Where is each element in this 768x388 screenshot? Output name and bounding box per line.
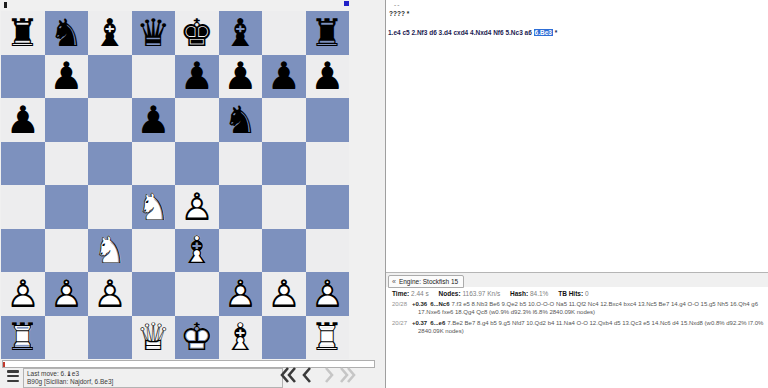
best-move: 6...Nc6 — [430, 301, 449, 307]
square-b7[interactable]: ♟ — [45, 55, 89, 99]
white-rook[interactable]: ♜♖ — [1, 316, 44, 358]
square-d1[interactable]: ♛♕ — [132, 316, 176, 360]
black-to-move-indicator — [344, 1, 349, 6]
white-pawn[interactable]: ♟♙ — [45, 273, 88, 315]
square-e8[interactable]: ♚ — [175, 11, 219, 55]
square-f3[interactable] — [219, 229, 263, 273]
square-d6[interactable]: ♟ — [132, 98, 176, 142]
square-d2[interactable] — [132, 272, 176, 316]
move-list[interactable]: 1.e4 c5 2.Nf3 d6 3.d4 cxd4 4.Nxd4 Nf6 5.… — [388, 29, 767, 37]
square-b3[interactable] — [45, 229, 89, 273]
square-f7[interactable]: ♟ — [219, 55, 263, 99]
black-pawn[interactable]: ♟ — [136, 99, 170, 141]
chevron-right-icon — [324, 366, 335, 384]
black-knight[interactable]: ♞ — [49, 12, 83, 54]
square-b6[interactable] — [45, 98, 89, 142]
depth-value: 20/28 — [392, 301, 407, 307]
square-b5[interactable] — [45, 142, 89, 186]
black-rook[interactable]: ♜ — [6, 12, 40, 54]
nav-controls — [278, 362, 378, 388]
hash-value: 84.1% — [530, 290, 548, 297]
square-a6[interactable]: ♟ — [1, 98, 45, 142]
square-b2[interactable]: ♟♙ — [45, 272, 89, 316]
depth-value: 20/27 — [392, 320, 407, 326]
white-pawn[interactable]: ♟♙ — [175, 186, 218, 228]
go-to-start-button[interactable] — [280, 366, 297, 384]
square-h2[interactable]: ♟♙ — [306, 272, 350, 316]
square-e3[interactable]: ♝♗ — [175, 229, 219, 273]
square-b1[interactable] — [45, 316, 89, 360]
square-e2[interactable] — [175, 272, 219, 316]
square-g8[interactable] — [262, 11, 306, 55]
white-pawn[interactable]: ♟♙ — [306, 273, 349, 315]
square-h7[interactable]: ♟ — [306, 55, 350, 99]
square-h4[interactable] — [306, 185, 350, 229]
white-king[interactable]: ♚♔ — [175, 316, 218, 358]
engine-output: Time: 2.44 s Nodes: 1163.97 Kn/s Hash: 8… — [386, 287, 768, 335]
previous-move-button[interactable] — [301, 366, 312, 384]
square-g3[interactable] — [262, 229, 306, 273]
square-a5[interactable] — [1, 142, 45, 186]
white-bishop[interactable]: ♝♗ — [175, 229, 218, 271]
square-c6[interactable] — [88, 98, 132, 142]
square-g4[interactable] — [262, 185, 306, 229]
white-bishop[interactable]: ♝♗ — [219, 316, 262, 358]
game-placeholder-dashes: -- — [394, 1, 768, 8]
square-c8[interactable]: ♝ — [88, 11, 132, 55]
move-info-box: Last move: 6.♝e3 B90g [Sicilian: Najdorf… — [23, 368, 283, 388]
engine-tab[interactable]: « Engine: Stockfish 15 — [388, 275, 464, 288]
square-g1[interactable] — [262, 316, 306, 360]
last-move-text: Last move: 6.♝e3 — [27, 370, 279, 378]
best-move: 6...e6 — [430, 320, 445, 326]
game-header: ???? * — [389, 10, 768, 17]
square-c1[interactable] — [88, 316, 132, 360]
square-f1[interactable]: ♝♗ — [219, 316, 263, 360]
time-value: 2.44 s — [411, 290, 429, 297]
square-f2[interactable]: ♟♙ — [219, 272, 263, 316]
hash-label: Hash: — [510, 290, 528, 297]
time-label: Time: — [392, 290, 409, 297]
next-move-button[interactable] — [324, 366, 335, 384]
engine-stats-row: Time: 2.44 s Nodes: 1163.97 Kn/s Hash: 8… — [392, 290, 765, 298]
square-f4[interactable] — [219, 185, 263, 229]
black-queen[interactable]: ♛ — [136, 12, 170, 54]
menu-icon[interactable] — [7, 370, 19, 382]
square-h3[interactable] — [306, 229, 350, 273]
square-c3[interactable]: ♞♘ — [88, 229, 132, 273]
square-e1[interactable]: ♚♔ — [175, 316, 219, 360]
eval-value: +0.37 — [412, 320, 427, 326]
square-a2[interactable]: ♟♙ — [1, 272, 45, 316]
black-pawn[interactable]: ♟ — [223, 55, 257, 97]
white-knight[interactable]: ♞♘ — [132, 186, 175, 228]
chevron-left-icon — [301, 366, 312, 384]
principal-variation: 7.Be2 Be7 8.g4 b5 9.g5 Nfd7 10.Qd2 b4 11… — [418, 320, 763, 334]
white-knight[interactable]: ♞♘ — [88, 229, 131, 271]
black-bishop[interactable]: ♝ — [223, 12, 257, 54]
black-rook[interactable]: ♜ — [310, 12, 344, 54]
bottom-toolbar: Last move: 6.♝e3 B90g [Sicilian: Najdorf… — [0, 368, 384, 388]
moves-before-selection[interactable]: 1.e4 c5 2.Nf3 d6 3.d4 cxd4 4.Nxd4 Nf6 5.… — [388, 29, 534, 36]
white-pawn[interactable]: ♟♙ — [262, 273, 305, 315]
eco-opening-text: B90g [Sicilian: Najdorf, 6.Be3] — [27, 378, 279, 386]
collapse-icon[interactable]: « — [392, 277, 396, 287]
square-d8[interactable]: ♛ — [132, 11, 176, 55]
square-b4[interactable] — [45, 185, 89, 229]
square-d3[interactable] — [132, 229, 176, 273]
selected-move[interactable]: 6.Be3 — [534, 29, 553, 36]
square-e6[interactable] — [175, 98, 219, 142]
black-pawn[interactable]: ♟ — [6, 99, 40, 141]
square-a4[interactable] — [1, 185, 45, 229]
square-b8[interactable]: ♞ — [45, 11, 89, 55]
square-g6[interactable] — [262, 98, 306, 142]
black-king[interactable]: ♚ — [180, 12, 214, 54]
engine-line[interactable]: 20/28+0.366...Nc67.f3 e5 8.Nb3 Be6 9.Qe2… — [392, 301, 765, 316]
square-c2[interactable]: ♟♙ — [88, 272, 132, 316]
black-pawn[interactable]: ♟ — [267, 55, 301, 97]
double-chevron-right-icon — [339, 366, 356, 384]
chess-board[interactable]: ♜♞♝♛♚♝♜♟♟♟♟♟♟♟♞♞♘♟♙♞♘♝♗♟♙♟♙♟♙♟♙♟♙♟♙♜♖♛♕♚… — [1, 11, 349, 359]
black-pawn[interactable]: ♟ — [49, 55, 83, 97]
square-a1[interactable]: ♜♖ — [1, 316, 45, 360]
black-pawn[interactable]: ♟ — [310, 55, 344, 97]
nodes-label: Nodes: — [439, 290, 461, 297]
square-d4[interactable]: ♞♘ — [132, 185, 176, 229]
chess-gui-window: ♜♞♝♛♚♝♜♟♟♟♟♟♟♟♞♞♘♟♙♞♘♝♗♟♙♟♙♟♙♟♙♟♙♟♙♜♖♛♕♚… — [0, 0, 768, 388]
square-g7[interactable]: ♟ — [262, 55, 306, 99]
eval-value: +0.36 — [412, 301, 427, 307]
square-e5[interactable] — [175, 142, 219, 186]
square-h6[interactable] — [306, 98, 350, 142]
go-to-end-button[interactable] — [339, 366, 356, 384]
tbhits-label: TB Hits: — [558, 290, 583, 297]
white-queen[interactable]: ♛♕ — [132, 316, 175, 358]
square-f8[interactable]: ♝ — [219, 11, 263, 55]
notation-panel: -- ???? * 1.e4 c5 2.Nf3 d6 3.d4 cxd4 4.N… — [385, 0, 768, 388]
top-left-marker — [4, 2, 7, 8]
tbhits-value: 0 — [585, 290, 589, 297]
square-g5[interactable] — [262, 142, 306, 186]
black-knight[interactable]: ♞ — [223, 99, 257, 141]
square-h1[interactable]: ♜♖ — [306, 316, 350, 360]
square-c7[interactable] — [88, 55, 132, 99]
square-g2[interactable]: ♟♙ — [262, 272, 306, 316]
engine-tab-strip: « Engine: Stockfish 15 — [386, 273, 768, 287]
square-e4[interactable]: ♟♙ — [175, 185, 219, 229]
double-chevron-left-icon — [280, 366, 297, 384]
square-e7[interactable]: ♟ — [175, 55, 219, 99]
result-marker: * — [553, 29, 557, 36]
nodes-value: 1163.97 Kn/s — [462, 290, 500, 297]
engine-line[interactable]: 20/27+0.376...e67.Be2 Be7 8.g4 b5 9.g5 N… — [392, 320, 765, 335]
engine-panel: « Engine: Stockfish 15 Time: 2.44 s Node… — [386, 272, 768, 388]
square-a3[interactable] — [1, 229, 45, 273]
square-a8[interactable]: ♜ — [1, 11, 45, 55]
black-pawn[interactable]: ♟ — [180, 55, 214, 97]
principal-variation: 7.f3 e5 8.Nb3 Be6 9.Qe2 b5 10.O-O-O Na5 … — [418, 301, 758, 315]
white-rook[interactable]: ♜♖ — [306, 316, 349, 358]
square-d5[interactable] — [132, 142, 176, 186]
square-f6[interactable]: ♞ — [219, 98, 263, 142]
square-f5[interactable] — [219, 142, 263, 186]
square-c4[interactable] — [88, 185, 132, 229]
progress-marker-icon — [3, 362, 5, 367]
square-h8[interactable]: ♜ — [306, 11, 350, 55]
square-h5[interactable] — [306, 142, 350, 186]
square-d7[interactable] — [132, 55, 176, 99]
white-pawn[interactable]: ♟♙ — [1, 273, 44, 315]
white-pawn[interactable]: ♟♙ — [219, 273, 262, 315]
white-pawn[interactable]: ♟♙ — [88, 273, 131, 315]
square-a7[interactable] — [1, 55, 45, 99]
black-bishop[interactable]: ♝ — [93, 12, 127, 54]
engine-name-label: Engine: Stockfish 15 — [399, 277, 458, 287]
square-c5[interactable] — [88, 142, 132, 186]
